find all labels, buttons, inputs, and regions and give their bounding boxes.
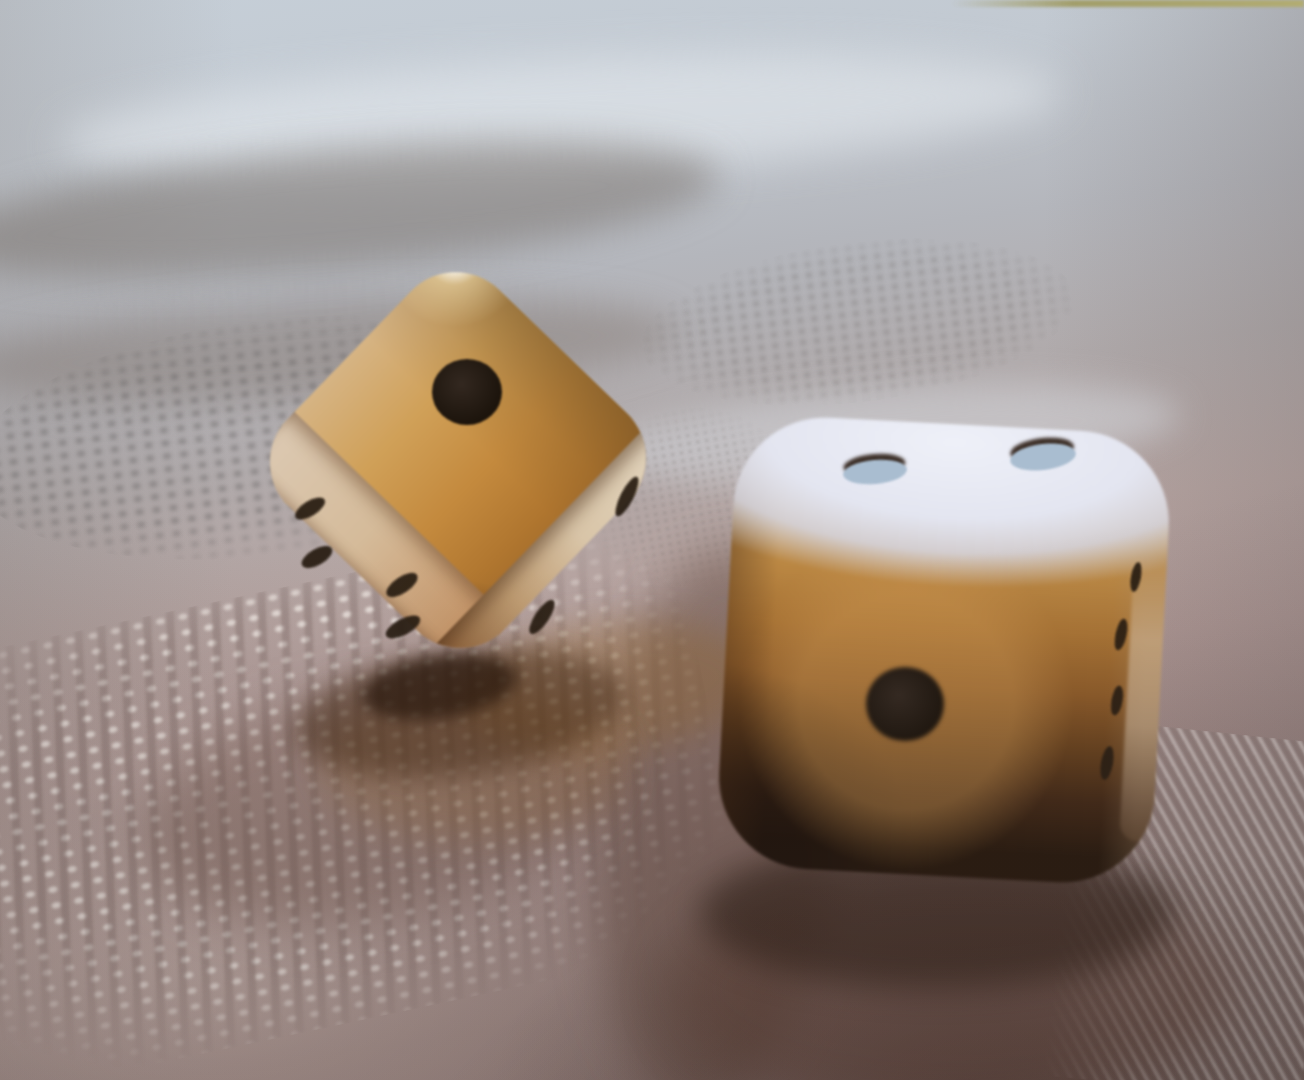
pip-right-die-face1: [866, 667, 944, 741]
right-die: [714, 413, 1173, 887]
table-edge-sliver: [950, 0, 1304, 7]
pip-left-die-face1: [432, 359, 502, 425]
photo-scene: [0, 0, 1304, 1080]
